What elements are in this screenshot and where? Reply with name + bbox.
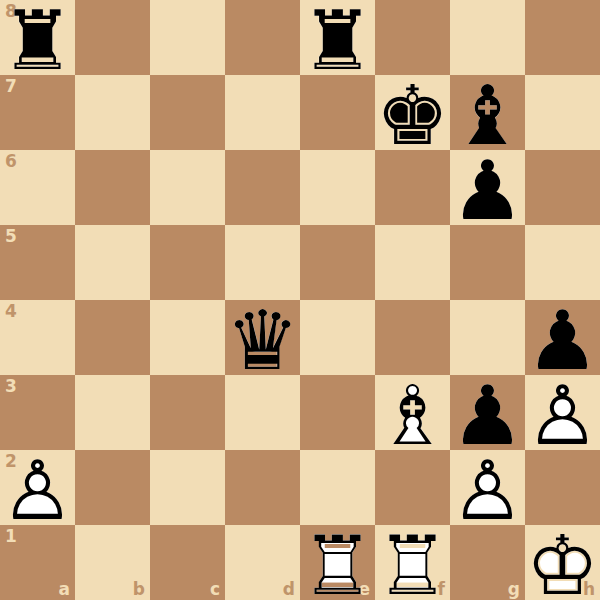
white-king-icon: ♔ [525, 528, 600, 600]
rank-label-6: 6 [5, 153, 17, 170]
square-c6[interactable] [150, 150, 225, 225]
square-h6[interactable] [525, 150, 600, 225]
white-rook-fill-glyph: ♜ [300, 528, 375, 600]
square-e7[interactable] [300, 75, 375, 150]
square-g8[interactable] [450, 0, 525, 75]
piece-white-pawn[interactable]: ♟♙ [450, 450, 525, 525]
piece-white-king[interactable]: ♚♔ [525, 525, 600, 600]
square-f7[interactable]: ♔♚ [375, 75, 450, 150]
square-f3[interactable]: ♝♗ [375, 375, 450, 450]
square-b2[interactable] [75, 450, 150, 525]
piece-white-pawn[interactable]: ♟♙ [0, 450, 75, 525]
square-a3[interactable]: 3 [0, 375, 75, 450]
square-c8[interactable] [150, 0, 225, 75]
white-rook-icon: ♖ [300, 528, 375, 600]
square-b4[interactable] [75, 300, 150, 375]
square-g5[interactable] [450, 225, 525, 300]
square-d5[interactable] [225, 225, 300, 300]
square-c5[interactable] [150, 225, 225, 300]
square-e1[interactable]: e♜♖ [300, 525, 375, 600]
piece-black-queen[interactable]: ♕♛ [225, 300, 300, 375]
square-e2[interactable] [300, 450, 375, 525]
black-bishop-icon: ♝ [450, 78, 525, 153]
white-pawn-icon: ♙ [450, 453, 525, 528]
file-label-c: c [210, 581, 220, 598]
piece-white-rook[interactable]: ♜♖ [375, 525, 450, 600]
rank-label-4: 4 [5, 303, 17, 320]
white-pawn-fill-glyph: ♟ [450, 453, 525, 528]
black-pawn-icon: ♟ [450, 153, 525, 228]
white-bishop-fill-glyph: ♝ [375, 378, 450, 453]
square-d1[interactable]: d [225, 525, 300, 600]
square-c2[interactable] [150, 450, 225, 525]
white-rook-icon: ♖ [375, 528, 450, 600]
piece-black-bishop[interactable]: ♗♝ [450, 75, 525, 150]
file-label-a: a [59, 581, 70, 598]
piece-black-pawn[interactable]: ♙♟ [525, 300, 600, 375]
chess-board: 8♖♜♖♜7♔♚♗♝6♙♟54♕♛♙♟3♝♗♙♟♟♙2♟♙♟♙1abcde♜♖f… [0, 0, 600, 600]
white-king-fill-glyph: ♚ [525, 528, 600, 600]
file-label-g: g [508, 581, 520, 598]
black-bishop-fill-glyph: ♗ [450, 78, 525, 153]
piece-black-rook[interactable]: ♖♜ [300, 0, 375, 75]
square-b6[interactable] [75, 150, 150, 225]
square-h2[interactable] [525, 450, 600, 525]
black-king-icon: ♚ [375, 78, 450, 153]
piece-white-rook[interactable]: ♜♖ [300, 525, 375, 600]
square-d7[interactable] [225, 75, 300, 150]
black-king-fill-glyph: ♔ [375, 78, 450, 153]
square-f5[interactable] [375, 225, 450, 300]
square-d4[interactable]: ♕♛ [225, 300, 300, 375]
square-e8[interactable]: ♖♜ [300, 0, 375, 75]
square-a6[interactable]: 6 [0, 150, 75, 225]
square-h1[interactable]: h♚♔ [525, 525, 600, 600]
square-a2[interactable]: 2♟♙ [0, 450, 75, 525]
white-pawn-fill-glyph: ♟ [0, 453, 75, 528]
square-a1[interactable]: 1a [0, 525, 75, 600]
square-g6[interactable]: ♙♟ [450, 150, 525, 225]
rank-label-3: 3 [5, 378, 17, 395]
square-h8[interactable] [525, 0, 600, 75]
black-rook-icon: ♜ [0, 3, 75, 78]
black-pawn-fill-glyph: ♙ [525, 303, 600, 378]
square-a4[interactable]: 4 [0, 300, 75, 375]
black-pawn-fill-glyph: ♙ [450, 378, 525, 453]
rank-label-1: 1 [5, 528, 17, 545]
black-pawn-icon: ♟ [450, 378, 525, 453]
square-b3[interactable] [75, 375, 150, 450]
square-a7[interactable]: 7 [0, 75, 75, 150]
square-a8[interactable]: 8♖♜ [0, 0, 75, 75]
black-pawn-fill-glyph: ♙ [450, 153, 525, 228]
square-c1[interactable]: c [150, 525, 225, 600]
square-e6[interactable] [300, 150, 375, 225]
square-f8[interactable] [375, 0, 450, 75]
square-h3[interactable]: ♟♙ [525, 375, 600, 450]
square-b8[interactable] [75, 0, 150, 75]
square-e4[interactable] [300, 300, 375, 375]
white-bishop-icon: ♗ [375, 378, 450, 453]
square-c3[interactable] [150, 375, 225, 450]
white-pawn-fill-glyph: ♟ [525, 378, 600, 453]
square-g2[interactable]: ♟♙ [450, 450, 525, 525]
square-e3[interactable] [300, 375, 375, 450]
black-rook-icon: ♜ [300, 3, 375, 78]
square-d3[interactable] [225, 375, 300, 450]
file-label-b: b [133, 581, 145, 598]
square-b1[interactable]: b [75, 525, 150, 600]
rank-label-7: 7 [5, 78, 17, 95]
square-f6[interactable] [375, 150, 450, 225]
black-rook-fill-glyph: ♖ [300, 3, 375, 78]
black-queen-fill-glyph: ♕ [225, 303, 300, 378]
white-rook-fill-glyph: ♜ [375, 528, 450, 600]
rank-label-5: 5 [5, 228, 17, 245]
piece-black-king[interactable]: ♔♚ [375, 75, 450, 150]
square-g3[interactable]: ♙♟ [450, 375, 525, 450]
piece-white-bishop[interactable]: ♝♗ [375, 375, 450, 450]
square-d2[interactable] [225, 450, 300, 525]
square-h7[interactable] [525, 75, 600, 150]
square-f4[interactable] [375, 300, 450, 375]
piece-black-rook[interactable]: ♖♜ [0, 0, 75, 75]
black-queen-icon: ♛ [225, 303, 300, 378]
square-a5[interactable]: 5 [0, 225, 75, 300]
piece-black-pawn[interactable]: ♙♟ [450, 150, 525, 225]
black-rook-fill-glyph: ♖ [0, 3, 75, 78]
square-f2[interactable] [375, 450, 450, 525]
black-pawn-icon: ♟ [525, 303, 600, 378]
square-e5[interactable] [300, 225, 375, 300]
square-c4[interactable] [150, 300, 225, 375]
white-pawn-icon: ♙ [0, 453, 75, 528]
square-c7[interactable] [150, 75, 225, 150]
white-pawn-icon: ♙ [525, 378, 600, 453]
square-b7[interactable] [75, 75, 150, 150]
square-g1[interactable]: g [450, 525, 525, 600]
square-g4[interactable] [450, 300, 525, 375]
square-f1[interactable]: f♜♖ [375, 525, 450, 600]
piece-black-pawn[interactable]: ♙♟ [450, 375, 525, 450]
square-g7[interactable]: ♗♝ [450, 75, 525, 150]
square-h4[interactable]: ♙♟ [525, 300, 600, 375]
piece-white-pawn[interactable]: ♟♙ [525, 375, 600, 450]
square-d6[interactable] [225, 150, 300, 225]
square-d8[interactable] [225, 0, 300, 75]
file-label-d: d [283, 581, 295, 598]
square-b5[interactable] [75, 225, 150, 300]
square-h5[interactable] [525, 225, 600, 300]
